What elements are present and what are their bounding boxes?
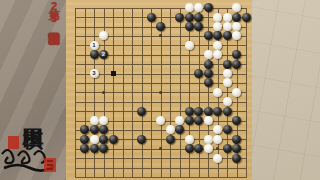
signature-scribble-icon	[0, 146, 66, 180]
black-stone	[242, 13, 251, 22]
grid-line	[246, 8, 247, 178]
black-stone	[232, 116, 241, 125]
white-stone	[213, 22, 222, 31]
white-stone	[213, 41, 222, 50]
white-stone	[90, 135, 99, 144]
black-stone	[194, 116, 203, 125]
white-stone	[185, 3, 194, 12]
black-stone	[204, 78, 213, 87]
black-stone	[137, 135, 146, 144]
white-stone	[99, 116, 108, 125]
black-stone	[204, 3, 213, 12]
square-marker	[111, 71, 116, 76]
move-number-label: 1	[90, 41, 99, 50]
white-stone	[204, 144, 213, 153]
black-stone	[204, 60, 213, 69]
black-stone	[185, 13, 194, 22]
grid-line	[75, 102, 247, 103]
white-stone	[232, 88, 241, 97]
black-stone	[223, 144, 232, 153]
black-stone	[204, 107, 213, 116]
black-stone	[204, 69, 213, 78]
black-stone	[232, 135, 241, 144]
black-stone	[185, 116, 194, 125]
black-stone	[232, 144, 241, 153]
black-stone	[109, 135, 118, 144]
star-point	[159, 34, 162, 37]
white-stone	[232, 3, 241, 12]
black-stone	[156, 22, 165, 31]
white-stone	[232, 22, 241, 31]
black-stone	[90, 144, 99, 153]
white-stone	[232, 31, 241, 40]
black-stone	[194, 69, 203, 78]
star-point	[102, 91, 105, 94]
grid-line	[75, 168, 247, 169]
black-stone	[232, 60, 241, 69]
move-number-label: 2	[99, 50, 108, 59]
black-stone	[147, 13, 156, 22]
black-stone	[99, 144, 108, 153]
black-stone	[232, 154, 241, 163]
black-stone	[80, 144, 89, 153]
black-stone	[223, 31, 232, 40]
grid-line	[170, 8, 171, 178]
white-stone	[90, 116, 99, 125]
black-stone	[232, 50, 241, 59]
white-stone	[99, 31, 108, 40]
black-stone	[99, 125, 108, 134]
white-stone	[213, 125, 222, 134]
broadcast-frame: 第25届中国围甲联赛冠亚军决赛 围棋 123 白 柯 洁 九段 黑 李钦诚 九段	[0, 0, 320, 180]
white-stone	[213, 50, 222, 59]
black-stone	[223, 60, 232, 69]
black-stone	[99, 135, 108, 144]
white-stone	[213, 154, 222, 163]
white-stone	[213, 135, 222, 144]
black-stone	[137, 107, 146, 116]
black-stone	[185, 144, 194, 153]
white-stone	[204, 50, 213, 59]
black-stone	[194, 22, 203, 31]
move-number-label: 3	[90, 69, 99, 78]
star-point	[159, 147, 162, 150]
star-point	[216, 147, 219, 150]
white-stone	[223, 22, 232, 31]
white-stone	[185, 135, 194, 144]
white-stone	[194, 3, 203, 12]
black-stone	[223, 107, 232, 116]
players-strip: 白 柯 洁 九段 黑 李钦诚 九段	[252, 0, 320, 180]
white-stone	[166, 125, 175, 134]
white-stone	[156, 116, 165, 125]
black-stone	[232, 13, 241, 22]
black-stone	[213, 31, 222, 40]
black-stone	[194, 144, 203, 153]
white-stone	[204, 135, 213, 144]
white-stone	[223, 97, 232, 106]
black-stone	[90, 50, 99, 59]
grid-line	[75, 177, 247, 178]
black-stone	[80, 135, 89, 144]
white-stone	[175, 116, 184, 125]
white-stone	[223, 78, 232, 87]
star-point	[159, 91, 162, 94]
black-stone	[185, 22, 194, 31]
black-stone	[223, 125, 232, 134]
white-stone	[185, 41, 194, 50]
black-stone	[80, 125, 89, 134]
black-stone	[194, 107, 203, 116]
event-banner-strip: 第25届中国围甲联赛冠亚军决赛 围棋	[0, 0, 66, 180]
white-stone	[213, 13, 222, 22]
go-board: 123	[66, 0, 252, 180]
black-stone	[194, 13, 203, 22]
black-stone	[166, 135, 175, 144]
grid-line	[180, 8, 181, 178]
black-stone	[185, 107, 194, 116]
black-stone	[175, 13, 184, 22]
black-stone	[90, 125, 99, 134]
white-stone	[223, 13, 232, 22]
white-stone	[204, 116, 213, 125]
white-stone	[213, 88, 222, 97]
black-stone	[213, 107, 222, 116]
black-stone	[175, 125, 184, 134]
white-stone	[223, 69, 232, 78]
black-stone	[204, 31, 213, 40]
